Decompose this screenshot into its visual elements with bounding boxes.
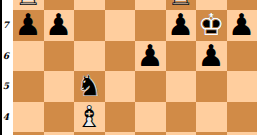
square-f5[interactable] — [166, 71, 197, 102]
square-e4[interactable] — [135, 102, 166, 133]
square-g5[interactable] — [196, 71, 227, 102]
square-g8[interactable] — [196, 0, 227, 10]
square-a4[interactable] — [13, 102, 44, 133]
square-d7[interactable] — [105, 10, 136, 41]
rank-label-5: 5 — [0, 80, 12, 92]
square-h6[interactable] — [227, 41, 258, 72]
square-a7[interactable]: ♟ — [13, 10, 44, 41]
square-e7[interactable] — [135, 10, 166, 41]
square-h8[interactable] — [227, 0, 258, 10]
square-b8[interactable] — [44, 0, 75, 10]
square-h7[interactable]: ♟ — [227, 10, 258, 41]
square-c3[interactable] — [74, 132, 105, 135]
square-a3[interactable] — [13, 132, 44, 135]
square-h4[interactable] — [227, 102, 258, 133]
square-e8[interactable] — [135, 0, 166, 10]
square-f4[interactable] — [166, 102, 197, 133]
square-g6[interactable]: ♟ — [196, 41, 227, 72]
black-pawn[interactable]: ♟ — [166, 10, 197, 41]
square-d3[interactable] — [105, 132, 136, 135]
square-c7[interactable] — [74, 10, 105, 41]
square-a8[interactable]: ♜♖ — [13, 0, 44, 10]
pawn-glyph: ♟ — [227, 10, 258, 41]
knight-glyph: ♞ — [74, 71, 105, 102]
square-e3[interactable] — [135, 132, 166, 135]
black-knight[interactable]: ♞♘ — [74, 71, 105, 102]
square-g3[interactable] — [196, 132, 227, 135]
bishop-glyph: ♗ — [74, 102, 105, 133]
square-d8[interactable] — [105, 0, 136, 10]
pawn-glyph: ♟ — [44, 10, 75, 41]
rank-label-7: 7 — [0, 19, 12, 31]
rank-label-6: 6 — [0, 50, 12, 62]
pawn-glyph: ♟ — [13, 10, 44, 41]
rook-glyph: ♜ — [166, 0, 197, 10]
rook-glyph: ♖ — [166, 0, 197, 10]
square-c5[interactable]: ♞♘ — [74, 71, 105, 102]
square-b5[interactable] — [44, 71, 75, 102]
king-glyph: ♚ — [196, 10, 227, 41]
square-a5[interactable] — [13, 71, 44, 102]
square-e5[interactable] — [135, 71, 166, 102]
black-pawn[interactable]: ♟ — [196, 41, 227, 72]
square-c4[interactable]: ♝♗ — [74, 102, 105, 133]
bishop-glyph: ♝ — [74, 102, 105, 133]
square-b6[interactable] — [44, 41, 75, 72]
rook-glyph: ♜ — [13, 0, 44, 10]
rank-label-4: 4 — [0, 111, 12, 123]
square-d5[interactable] — [105, 71, 136, 102]
square-c6[interactable] — [74, 41, 105, 72]
knight-glyph: ♘ — [74, 71, 105, 102]
square-d4[interactable] — [105, 102, 136, 133]
black-pawn[interactable]: ♟ — [44, 10, 75, 41]
square-h5[interactable] — [227, 71, 258, 102]
square-c8[interactable] — [74, 0, 105, 10]
square-f7[interactable]: ♟ — [166, 10, 197, 41]
black-pawn[interactable]: ♟ — [227, 10, 258, 41]
pawn-glyph: ♟ — [196, 41, 227, 72]
white-rook[interactable]: ♜♖ — [166, 0, 197, 10]
black-king[interactable]: ♚♔ — [196, 10, 227, 41]
chess-diagram-screenshot: ♜♖♜♖♟♟♟♚♔♟♟♟♞♘♝♗ 7654 — [0, 0, 257, 135]
square-d6[interactable] — [105, 41, 136, 72]
pawn-glyph: ♟ — [135, 41, 166, 72]
square-e6[interactable]: ♟ — [135, 41, 166, 72]
white-bishop[interactable]: ♝♗ — [74, 102, 105, 133]
pawn-glyph: ♟ — [166, 10, 197, 41]
white-rook[interactable]: ♜♖ — [13, 0, 44, 10]
square-g4[interactable] — [196, 102, 227, 133]
rook-glyph: ♖ — [13, 0, 44, 10]
square-h3[interactable] — [227, 132, 258, 135]
square-f8[interactable]: ♜♖ — [166, 0, 197, 10]
square-g7[interactable]: ♚♔ — [196, 10, 227, 41]
black-pawn[interactable]: ♟ — [135, 41, 166, 72]
king-glyph: ♔ — [196, 10, 227, 41]
square-b7[interactable]: ♟ — [44, 10, 75, 41]
square-f6[interactable] — [166, 41, 197, 72]
board: ♜♖♜♖♟♟♟♚♔♟♟♟♞♘♝♗ — [13, 0, 257, 135]
square-f3[interactable] — [166, 132, 197, 135]
square-b4[interactable] — [44, 102, 75, 133]
square-b3[interactable] — [44, 132, 75, 135]
black-pawn[interactable]: ♟ — [13, 10, 44, 41]
square-a6[interactable] — [13, 41, 44, 72]
